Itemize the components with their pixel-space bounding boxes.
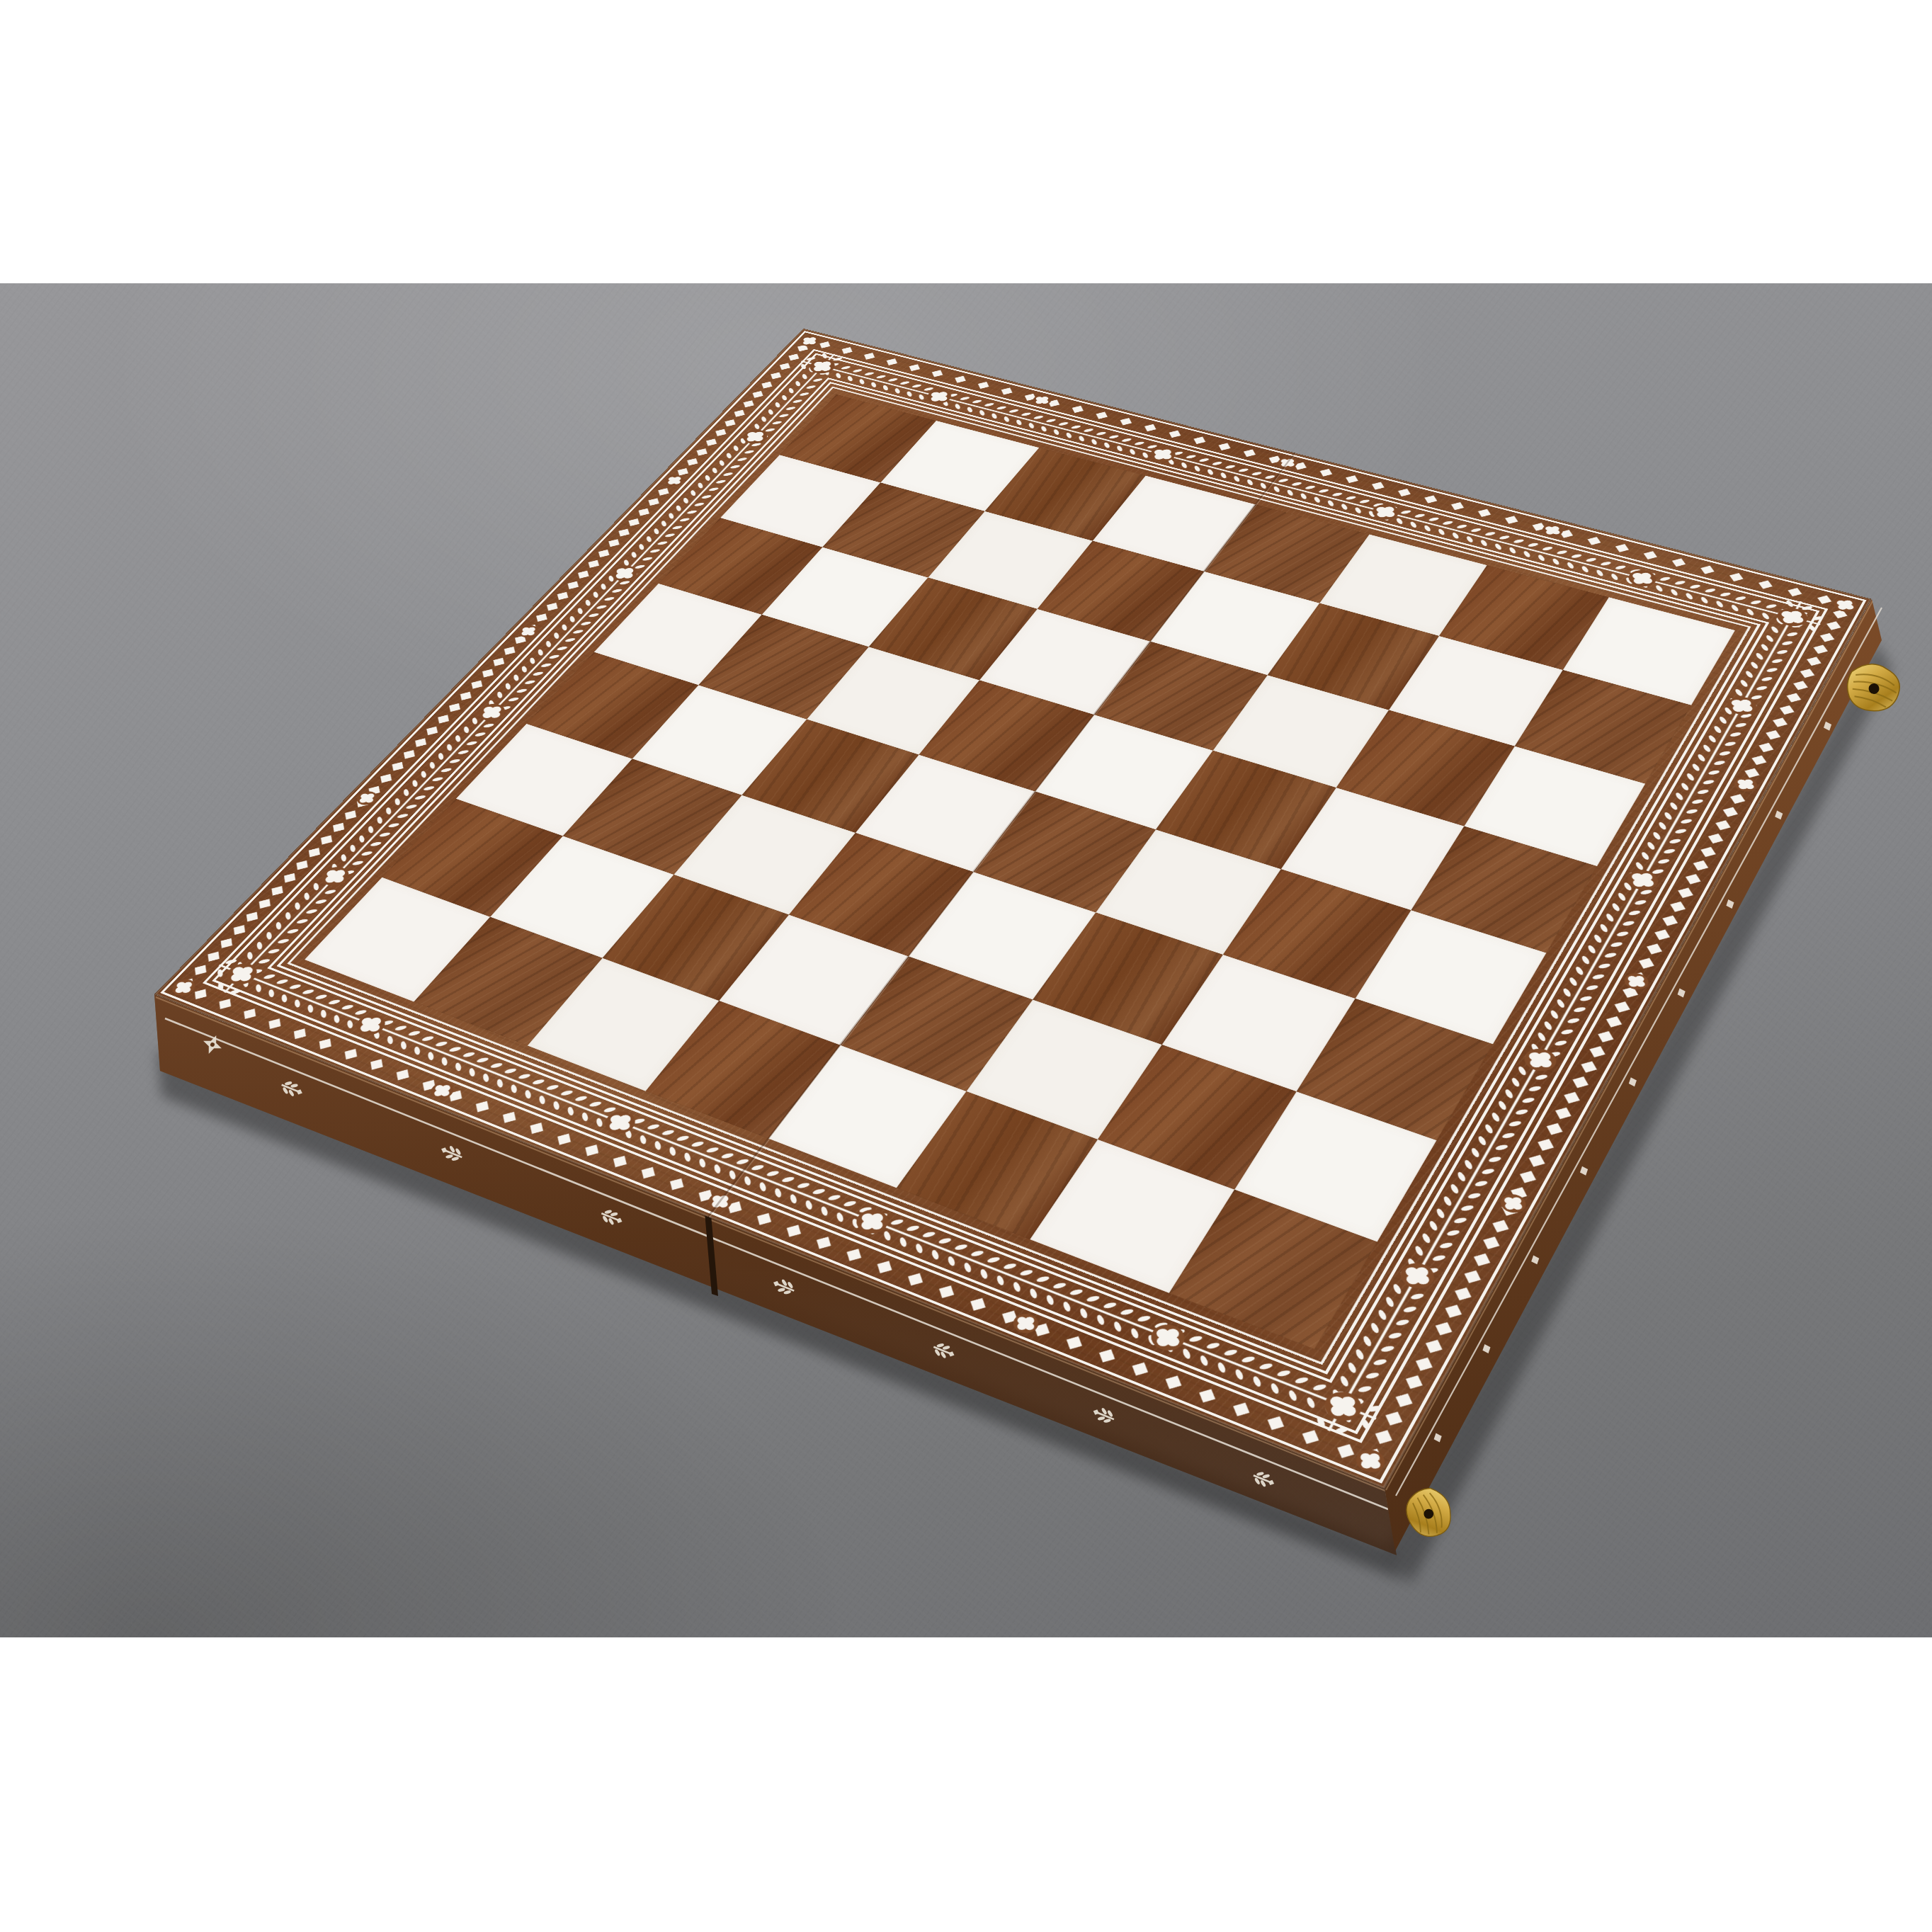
photo-scene <box>0 283 1932 1637</box>
page: { "game": { "name": "chess", "presentati… <box>0 0 1932 1932</box>
